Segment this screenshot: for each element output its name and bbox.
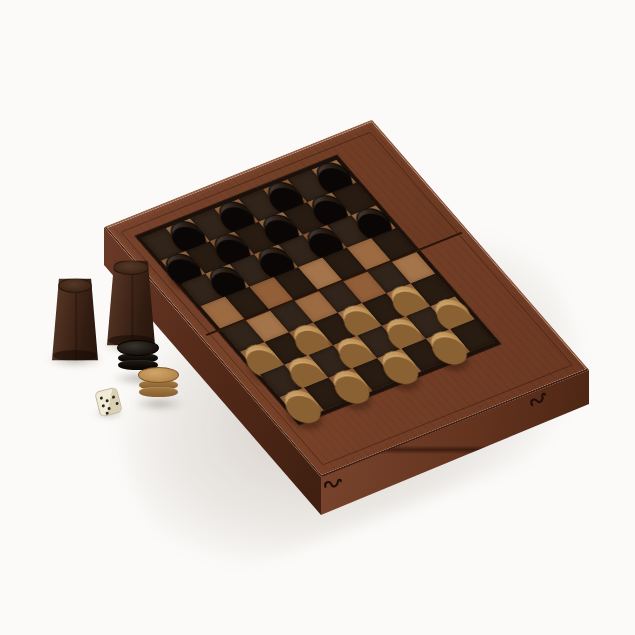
dice-cup[interactable]: [52, 277, 98, 362]
photo-scene: [0, 0, 635, 635]
spare-dark-stack[interactable]: [117, 340, 159, 370]
dark-stack-top: [117, 340, 159, 356]
dice-cup[interactable]: [107, 259, 155, 347]
stack-shadow: [133, 398, 185, 410]
light-stack-top: [138, 367, 179, 383]
light-stack-band: [139, 387, 178, 397]
latch-hook-icon[interactable]: [322, 475, 343, 490]
spare-light-stack[interactable]: [138, 367, 179, 397]
